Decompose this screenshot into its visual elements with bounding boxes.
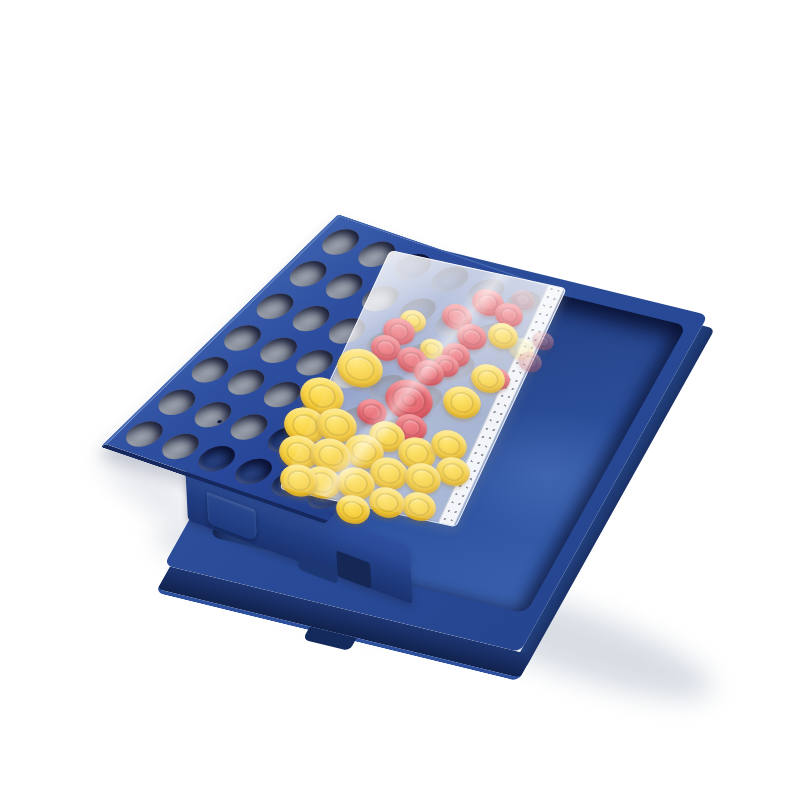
disc-emboss-ring: [374, 337, 397, 358]
disc-emboss-ring: [521, 354, 540, 371]
disc-emboss-ring: [435, 433, 463, 458]
disc-emboss-ring: [305, 381, 339, 412]
disc-emboss-ring: [491, 325, 514, 346]
disc-emboss-ring: [322, 411, 353, 439]
disc-emboss-ring: [360, 401, 383, 422]
disc-emboss-ring: [460, 326, 483, 347]
disc-emboss-ring: [475, 367, 501, 391]
disc-emboss-ring: [417, 362, 440, 383]
disc-emboss-ring: [534, 333, 551, 348]
disc-emboss-ring: [284, 438, 315, 466]
disc-emboss-ring: [341, 470, 370, 497]
discs-layer: [0, 0, 800, 800]
disc-emboss-ring: [342, 352, 378, 384]
disc-emboss-ring: [373, 490, 401, 515]
disc-emboss-ring: [409, 466, 437, 491]
disc-emboss-ring: [447, 389, 476, 416]
disc-emboss-ring: [440, 460, 466, 484]
disc-emboss-ring: [374, 460, 403, 487]
disc-emboss-ring: [284, 467, 313, 494]
disc-yellow: [398, 488, 439, 525]
disc-emboss-ring: [340, 498, 366, 522]
product-photo-scene: [0, 0, 800, 800]
disc-emboss-ring: [316, 441, 347, 469]
disc-emboss-ring: [406, 495, 432, 519]
